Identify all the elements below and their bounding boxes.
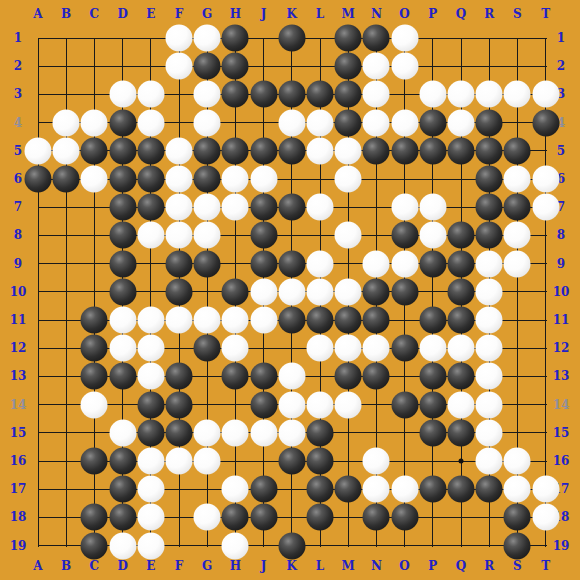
- coord-label-top-L: L: [316, 8, 324, 20]
- stone-black-G6[interactable]: [194, 166, 221, 193]
- stone-white-T3[interactable]: [532, 81, 559, 108]
- stone-white-J10[interactable]: [250, 278, 277, 305]
- coord-label-left-17: 17: [10, 483, 27, 495]
- stone-black-M1[interactable]: [335, 25, 362, 52]
- go-board[interactable]: AABBCCDDEEFFGGHHJJKKLLMMNNOOPPQQRRSSTT11…: [0, 0, 580, 580]
- coord-label-right-14: 14: [553, 399, 570, 411]
- stone-white-O9[interactable]: [391, 250, 418, 277]
- stone-white-H15[interactable]: [222, 419, 249, 446]
- stone-black-Q17[interactable]: [448, 476, 475, 503]
- stone-black-N5[interactable]: [363, 137, 390, 164]
- stone-white-L4[interactable]: [307, 109, 334, 136]
- coord-label-left-16: 16: [10, 455, 27, 467]
- stone-white-N16[interactable]: [363, 448, 390, 475]
- stone-black-G12[interactable]: [194, 335, 221, 362]
- stone-white-L5[interactable]: [307, 137, 334, 164]
- coord-label-top-N: N: [371, 8, 382, 20]
- stone-white-E11[interactable]: [137, 307, 164, 334]
- stone-white-G1[interactable]: [194, 25, 221, 52]
- stone-white-M6[interactable]: [335, 166, 362, 193]
- coord-label-left-14: 14: [10, 399, 27, 411]
- coord-label-bottom-F: F: [175, 560, 184, 572]
- stone-white-L10[interactable]: [307, 278, 334, 305]
- stone-black-F14[interactable]: [166, 391, 193, 418]
- stone-black-F13[interactable]: [166, 363, 193, 390]
- stone-black-D5[interactable]: [109, 137, 136, 164]
- coord-label-right-2: 2: [557, 60, 565, 72]
- stone-black-F10[interactable]: [166, 278, 193, 305]
- stone-black-H18[interactable]: [222, 504, 249, 531]
- coord-label-top-P: P: [428, 8, 437, 20]
- stone-white-H19[interactable]: [222, 532, 249, 559]
- stone-white-J6[interactable]: [250, 166, 277, 193]
- stone-white-S8[interactable]: [504, 222, 531, 249]
- coord-label-bottom-C: C: [90, 560, 100, 572]
- stone-white-P12[interactable]: [419, 335, 446, 362]
- stone-black-C11[interactable]: [81, 307, 108, 334]
- stone-white-G7[interactable]: [194, 194, 221, 221]
- stone-white-D3[interactable]: [109, 81, 136, 108]
- coord-label-bottom-T: T: [541, 560, 550, 572]
- coord-label-top-R: R: [484, 8, 494, 20]
- stone-black-C19[interactable]: [81, 532, 108, 559]
- stone-white-R3[interactable]: [476, 81, 503, 108]
- stone-white-R16[interactable]: [476, 448, 503, 475]
- stone-black-O5[interactable]: [391, 137, 418, 164]
- stone-white-F5[interactable]: [166, 137, 193, 164]
- stone-black-K16[interactable]: [278, 448, 305, 475]
- stone-black-Q13[interactable]: [448, 363, 475, 390]
- coord-label-bottom-H: H: [230, 560, 241, 572]
- stone-black-B6[interactable]: [53, 166, 80, 193]
- stone-white-A5[interactable]: [25, 137, 52, 164]
- coord-label-left-11: 11: [10, 314, 27, 326]
- stone-black-D4[interactable]: [109, 109, 136, 136]
- stone-black-J8[interactable]: [250, 222, 277, 249]
- stone-white-F1[interactable]: [166, 25, 193, 52]
- coord-label-bottom-B: B: [61, 560, 71, 572]
- stone-white-R13[interactable]: [476, 363, 503, 390]
- coord-label-top-K: K: [287, 8, 297, 20]
- stone-white-L12[interactable]: [307, 335, 334, 362]
- coord-label-bottom-R: R: [484, 560, 494, 572]
- stone-white-P7[interactable]: [419, 194, 446, 221]
- stone-white-S3[interactable]: [504, 81, 531, 108]
- stone-black-L15[interactable]: [307, 419, 334, 446]
- coord-label-bottom-P: P: [428, 560, 437, 572]
- stone-white-B5[interactable]: [53, 137, 80, 164]
- stone-black-T4[interactable]: [532, 109, 559, 136]
- stone-white-R10[interactable]: [476, 278, 503, 305]
- stone-black-D10[interactable]: [109, 278, 136, 305]
- stone-white-Q3[interactable]: [448, 81, 475, 108]
- coord-label-top-G: G: [202, 8, 212, 20]
- coord-label-left-9: 9: [14, 258, 22, 270]
- stone-white-S9[interactable]: [504, 250, 531, 277]
- stone-white-H11[interactable]: [222, 307, 249, 334]
- coord-label-top-M: M: [342, 8, 355, 20]
- stone-white-E18[interactable]: [137, 504, 164, 531]
- stone-white-L9[interactable]: [307, 250, 334, 277]
- stone-white-T18[interactable]: [532, 504, 559, 531]
- stone-white-M5[interactable]: [335, 137, 362, 164]
- stone-white-T7[interactable]: [532, 194, 559, 221]
- stone-black-L3[interactable]: [307, 81, 334, 108]
- hoshi-point-Q16: [459, 459, 464, 464]
- stone-black-J18[interactable]: [250, 504, 277, 531]
- stone-black-Q9[interactable]: [448, 250, 475, 277]
- stone-white-M14[interactable]: [335, 391, 362, 418]
- stone-white-R15[interactable]: [476, 419, 503, 446]
- coord-label-top-O: O: [399, 8, 409, 20]
- stone-black-O18[interactable]: [391, 504, 418, 531]
- stone-black-P11[interactable]: [419, 307, 446, 334]
- stone-white-O1[interactable]: [391, 25, 418, 52]
- stone-white-B4[interactable]: [53, 109, 80, 136]
- stone-black-J14[interactable]: [250, 391, 277, 418]
- coord-label-bottom-D: D: [117, 560, 127, 572]
- coord-label-right-11: 11: [553, 314, 570, 326]
- stone-black-J13[interactable]: [250, 363, 277, 390]
- stone-black-D7[interactable]: [109, 194, 136, 221]
- stone-black-N11[interactable]: [363, 307, 390, 334]
- stone-black-Q11[interactable]: [448, 307, 475, 334]
- coord-label-top-F: F: [175, 8, 184, 20]
- coord-label-bottom-Q: Q: [456, 560, 466, 572]
- stone-black-K3[interactable]: [278, 81, 305, 108]
- stone-white-E12[interactable]: [137, 335, 164, 362]
- stone-black-J5[interactable]: [250, 137, 277, 164]
- stone-white-H17[interactable]: [222, 476, 249, 503]
- stone-white-Q12[interactable]: [448, 335, 475, 362]
- stone-black-P15[interactable]: [419, 419, 446, 446]
- stone-black-M13[interactable]: [335, 363, 362, 390]
- stone-black-P13[interactable]: [419, 363, 446, 390]
- stone-black-O14[interactable]: [391, 391, 418, 418]
- stone-white-F2[interactable]: [166, 53, 193, 80]
- stone-black-H3[interactable]: [222, 81, 249, 108]
- stone-black-M11[interactable]: [335, 307, 362, 334]
- stone-black-D13[interactable]: [109, 363, 136, 390]
- stone-white-D12[interactable]: [109, 335, 136, 362]
- stone-black-D17[interactable]: [109, 476, 136, 503]
- stone-white-G4[interactable]: [194, 109, 221, 136]
- stone-black-S7[interactable]: [504, 194, 531, 221]
- stone-black-C18[interactable]: [81, 504, 108, 531]
- stone-white-T6[interactable]: [532, 166, 559, 193]
- stone-black-R6[interactable]: [476, 166, 503, 193]
- stone-white-F6[interactable]: [166, 166, 193, 193]
- stone-white-F7[interactable]: [166, 194, 193, 221]
- coord-label-left-5: 5: [14, 145, 22, 157]
- stone-white-S6[interactable]: [504, 166, 531, 193]
- stone-black-D6[interactable]: [109, 166, 136, 193]
- stone-black-P14[interactable]: [419, 391, 446, 418]
- stone-white-E19[interactable]: [137, 532, 164, 559]
- stone-black-R5[interactable]: [476, 137, 503, 164]
- coord-label-right-1: 1: [557, 32, 565, 44]
- stone-black-J7[interactable]: [250, 194, 277, 221]
- stone-black-C5[interactable]: [81, 137, 108, 164]
- stone-white-H6[interactable]: [222, 166, 249, 193]
- coord-label-left-6: 6: [14, 173, 22, 185]
- stone-black-N18[interactable]: [363, 504, 390, 531]
- stone-white-S16[interactable]: [504, 448, 531, 475]
- stone-black-N10[interactable]: [363, 278, 390, 305]
- coord-label-bottom-O: O: [399, 560, 409, 572]
- stone-white-D11[interactable]: [109, 307, 136, 334]
- stone-black-N1[interactable]: [363, 25, 390, 52]
- coord-label-top-C: C: [90, 8, 100, 20]
- stone-white-N17[interactable]: [363, 476, 390, 503]
- stone-black-J3[interactable]: [250, 81, 277, 108]
- stone-black-S19[interactable]: [504, 532, 531, 559]
- coord-label-left-10: 10: [10, 286, 27, 298]
- stone-black-C13[interactable]: [81, 363, 108, 390]
- stone-black-G2[interactable]: [194, 53, 221, 80]
- stone-black-G9[interactable]: [194, 250, 221, 277]
- stone-white-K10[interactable]: [278, 278, 305, 305]
- stone-black-H13[interactable]: [222, 363, 249, 390]
- stone-white-K14[interactable]: [278, 391, 305, 418]
- stone-black-Q15[interactable]: [448, 419, 475, 446]
- stone-white-J11[interactable]: [250, 307, 277, 334]
- coord-label-bottom-S: S: [513, 560, 522, 572]
- coord-label-bottom-J: J: [261, 560, 267, 572]
- coord-label-top-D: D: [117, 8, 127, 20]
- stone-white-E17[interactable]: [137, 476, 164, 503]
- stone-black-F15[interactable]: [166, 419, 193, 446]
- coord-label-left-18: 18: [10, 511, 27, 523]
- stone-black-H1[interactable]: [222, 25, 249, 52]
- stone-white-F11[interactable]: [166, 307, 193, 334]
- stone-black-E15[interactable]: [137, 419, 164, 446]
- stone-white-E8[interactable]: [137, 222, 164, 249]
- stone-white-R9[interactable]: [476, 250, 503, 277]
- stone-black-D8[interactable]: [109, 222, 136, 249]
- stone-black-R8[interactable]: [476, 222, 503, 249]
- coord-label-left-19: 19: [10, 540, 27, 552]
- coord-label-left-7: 7: [14, 201, 22, 213]
- coord-label-left-2: 2: [14, 60, 22, 72]
- stone-white-K4[interactable]: [278, 109, 305, 136]
- stone-black-R4[interactable]: [476, 109, 503, 136]
- stone-black-H10[interactable]: [222, 278, 249, 305]
- stone-white-Q14[interactable]: [448, 391, 475, 418]
- coord-label-top-B: B: [61, 8, 71, 20]
- coord-label-left-13: 13: [10, 370, 27, 382]
- stone-white-G11[interactable]: [194, 307, 221, 334]
- stone-black-Q8[interactable]: [448, 222, 475, 249]
- stone-black-R7[interactable]: [476, 194, 503, 221]
- stone-white-L14[interactable]: [307, 391, 334, 418]
- coord-label-left-1: 1: [14, 32, 22, 44]
- stone-black-Q5[interactable]: [448, 137, 475, 164]
- stone-white-N2[interactable]: [363, 53, 390, 80]
- stone-black-F9[interactable]: [166, 250, 193, 277]
- coord-label-right-19: 19: [553, 540, 570, 552]
- stone-white-L7[interactable]: [307, 194, 334, 221]
- coord-label-bottom-L: L: [316, 560, 324, 572]
- stone-white-P8[interactable]: [419, 222, 446, 249]
- coord-label-bottom-A: A: [33, 560, 42, 572]
- stone-black-N13[interactable]: [363, 363, 390, 390]
- coord-label-right-10: 10: [553, 286, 570, 298]
- stone-black-E6[interactable]: [137, 166, 164, 193]
- grid-line-horizontal: [38, 66, 547, 67]
- stone-black-L17[interactable]: [307, 476, 334, 503]
- stone-black-D9[interactable]: [109, 250, 136, 277]
- stone-black-L11[interactable]: [307, 307, 334, 334]
- stone-white-E16[interactable]: [137, 448, 164, 475]
- coord-label-right-16: 16: [553, 455, 570, 467]
- stone-white-J15[interactable]: [250, 419, 277, 446]
- stone-black-P4[interactable]: [419, 109, 446, 136]
- grid-line-vertical: [38, 38, 39, 547]
- stone-white-F8[interactable]: [166, 222, 193, 249]
- stone-black-K7[interactable]: [278, 194, 305, 221]
- stone-white-O7[interactable]: [391, 194, 418, 221]
- stone-white-P3[interactable]: [419, 81, 446, 108]
- stone-black-M2[interactable]: [335, 53, 362, 80]
- stone-white-G16[interactable]: [194, 448, 221, 475]
- stone-black-K5[interactable]: [278, 137, 305, 164]
- coord-label-left-8: 8: [14, 229, 22, 241]
- stone-white-O2[interactable]: [391, 53, 418, 80]
- stone-white-F16[interactable]: [166, 448, 193, 475]
- stone-white-K15[interactable]: [278, 419, 305, 446]
- coord-label-top-E: E: [146, 8, 155, 20]
- stone-white-N3[interactable]: [363, 81, 390, 108]
- coord-label-top-A: A: [33, 8, 42, 20]
- stone-black-E7[interactable]: [137, 194, 164, 221]
- coord-label-bottom-K: K: [287, 560, 297, 572]
- stone-white-R12[interactable]: [476, 335, 503, 362]
- stone-black-P5[interactable]: [419, 137, 446, 164]
- stone-white-R14[interactable]: [476, 391, 503, 418]
- coord-label-bottom-E: E: [146, 560, 155, 572]
- stone-white-Q4[interactable]: [448, 109, 475, 136]
- stone-white-O4[interactable]: [391, 109, 418, 136]
- coord-label-bottom-M: M: [342, 560, 355, 572]
- stone-black-M17[interactable]: [335, 476, 362, 503]
- coord-label-right-9: 9: [557, 258, 565, 270]
- stone-white-G15[interactable]: [194, 419, 221, 446]
- stone-white-K13[interactable]: [278, 363, 305, 390]
- stone-black-J9[interactable]: [250, 250, 277, 277]
- stone-white-E13[interactable]: [137, 363, 164, 390]
- stone-white-E3[interactable]: [137, 81, 164, 108]
- coord-label-top-Q: Q: [456, 8, 466, 20]
- coord-label-top-T: T: [541, 8, 550, 20]
- stone-black-E14[interactable]: [137, 391, 164, 418]
- coord-label-right-12: 12: [553, 342, 570, 354]
- stone-white-H12[interactable]: [222, 335, 249, 362]
- stone-black-K9[interactable]: [278, 250, 305, 277]
- stone-white-M12[interactable]: [335, 335, 362, 362]
- stone-black-H5[interactable]: [222, 137, 249, 164]
- coord-label-top-J: J: [261, 8, 267, 20]
- stone-white-N9[interactable]: [363, 250, 390, 277]
- stone-black-C16[interactable]: [81, 448, 108, 475]
- stone-white-N12[interactable]: [363, 335, 390, 362]
- coord-label-right-8: 8: [557, 229, 565, 241]
- stone-black-S18[interactable]: [504, 504, 531, 531]
- stone-black-K1[interactable]: [278, 25, 305, 52]
- stone-white-T17[interactable]: [532, 476, 559, 503]
- stone-black-R17[interactable]: [476, 476, 503, 503]
- stone-black-D16[interactable]: [109, 448, 136, 475]
- stone-white-S17[interactable]: [504, 476, 531, 503]
- stone-white-M8[interactable]: [335, 222, 362, 249]
- stone-white-M10[interactable]: [335, 278, 362, 305]
- stone-black-J17[interactable]: [250, 476, 277, 503]
- stone-black-O10[interactable]: [391, 278, 418, 305]
- stone-black-O12[interactable]: [391, 335, 418, 362]
- stone-white-N4[interactable]: [363, 109, 390, 136]
- stone-white-D19[interactable]: [109, 532, 136, 559]
- stone-black-G5[interactable]: [194, 137, 221, 164]
- stone-white-R11[interactable]: [476, 307, 503, 334]
- stone-black-K11[interactable]: [278, 307, 305, 334]
- coord-label-top-S: S: [513, 8, 522, 20]
- coord-label-bottom-G: G: [202, 560, 212, 572]
- stone-black-A6[interactable]: [25, 166, 52, 193]
- stone-black-Q10[interactable]: [448, 278, 475, 305]
- stone-white-G18[interactable]: [194, 504, 221, 531]
- coord-label-left-4: 4: [14, 117, 22, 129]
- coord-label-right-15: 15: [553, 427, 570, 439]
- coord-label-right-5: 5: [557, 145, 565, 157]
- stone-black-D18[interactable]: [109, 504, 136, 531]
- coord-label-top-H: H: [230, 8, 241, 20]
- stone-black-L16[interactable]: [307, 448, 334, 475]
- coord-label-left-12: 12: [10, 342, 27, 354]
- stone-black-E5[interactable]: [137, 137, 164, 164]
- stone-white-G3[interactable]: [194, 81, 221, 108]
- stone-black-C12[interactable]: [81, 335, 108, 362]
- stone-white-C6[interactable]: [81, 166, 108, 193]
- stone-black-P17[interactable]: [419, 476, 446, 503]
- coord-label-left-15: 15: [10, 427, 27, 439]
- stone-black-L18[interactable]: [307, 504, 334, 531]
- stone-black-P9[interactable]: [419, 250, 446, 277]
- stone-white-E4[interactable]: [137, 109, 164, 136]
- stone-black-M4[interactable]: [335, 109, 362, 136]
- stone-white-C14[interactable]: [81, 391, 108, 418]
- stone-black-M3[interactable]: [335, 81, 362, 108]
- coord-label-bottom-N: N: [371, 560, 382, 572]
- stone-white-H7[interactable]: [222, 194, 249, 221]
- stone-black-H2[interactable]: [222, 53, 249, 80]
- stone-black-O8[interactable]: [391, 222, 418, 249]
- stone-white-O17[interactable]: [391, 476, 418, 503]
- stone-white-C4[interactable]: [81, 109, 108, 136]
- stone-white-G8[interactable]: [194, 222, 221, 249]
- stone-black-S5[interactable]: [504, 137, 531, 164]
- coord-label-left-3: 3: [14, 88, 22, 100]
- stone-white-D15[interactable]: [109, 419, 136, 446]
- coord-label-right-13: 13: [553, 370, 570, 382]
- stone-black-K19[interactable]: [278, 532, 305, 559]
